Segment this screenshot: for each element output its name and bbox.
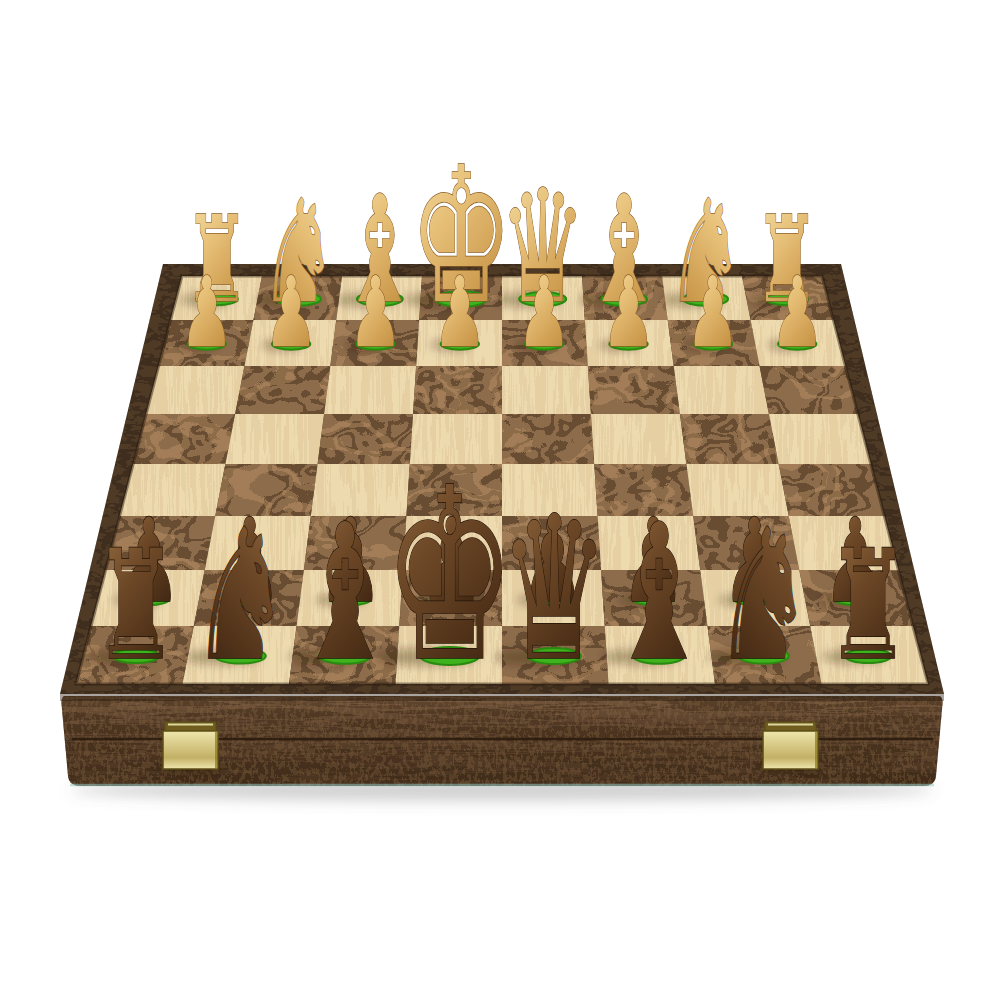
black-knight-icon: ♞ (190, 490, 290, 700)
black-bishop-icon: ♝ (293, 484, 397, 703)
white-pawn-e2: ♟ (430, 256, 487, 369)
black-knight-b8: ♞ (709, 490, 814, 700)
black-queen-d8: ♛ (494, 473, 609, 705)
black-knight-icon: ♞ (713, 490, 813, 700)
latch-hinge-highlight (768, 724, 813, 726)
white-pawn-a2: ♟ (768, 256, 825, 369)
chess-set-photo: ♜♞♝♚♛♝♞♜♟♟♟♟♟♟♟♟♟♟♟♟♟♟♟♟♜♞♝♚♛♝♞♜ (0, 0, 1000, 1000)
white-pawn-c2: ♟ (599, 256, 656, 369)
black-knight-g8: ♞ (186, 490, 291, 700)
latch-hinge-highlight (168, 724, 213, 726)
black-bishop-icon: ♝ (607, 484, 711, 703)
white-pawn-icon: ♟ (180, 256, 234, 369)
latch-plate (163, 731, 218, 769)
latch-left (160, 722, 221, 772)
black-bishop-c8: ♝ (602, 484, 711, 703)
white-pawn-g2: ♟ (262, 256, 319, 369)
white-pawn-f2: ♟ (346, 256, 403, 369)
chess-photo-svg: ♜♞♝♚♛♝♞♜♟♟♟♟♟♟♟♟♟♟♟♟♟♟♟♟♜♞♝♚♛♝♞♜ (0, 0, 1000, 1000)
black-king-icon: ♚ (383, 437, 516, 715)
latch-right (760, 722, 821, 772)
board-stage: ♜♞♝♚♛♝♞♜♟♟♟♟♟♟♟♟♟♟♟♟♟♟♟♟♜♞♝♚♛♝♞♜ (0, 0, 1000, 1000)
white-pawn-icon: ♟ (433, 256, 487, 369)
white-pawn-h2: ♟ (177, 256, 234, 369)
black-rook-icon: ♜ (826, 517, 910, 694)
black-king-e8: ♚ (377, 437, 516, 715)
black-rook-a8: ♜ (822, 517, 910, 694)
black-queen-icon: ♛ (499, 473, 609, 705)
white-pawn-icon: ♟ (601, 256, 655, 369)
white-pawn-b2: ♟ (683, 256, 740, 369)
black-bishop-f8: ♝ (288, 484, 397, 703)
white-pawn-icon: ♟ (348, 256, 402, 369)
latch-plate (763, 731, 818, 769)
black-rook-h8: ♜ (90, 517, 178, 694)
white-pawn-d2: ♟ (515, 256, 572, 369)
white-pawn-icon: ♟ (264, 256, 318, 369)
white-pawn-icon: ♟ (517, 256, 571, 369)
white-pawn-icon: ♟ (770, 256, 824, 369)
black-rook-icon: ♜ (94, 517, 178, 694)
white-pawn-icon: ♟ (686, 256, 740, 369)
